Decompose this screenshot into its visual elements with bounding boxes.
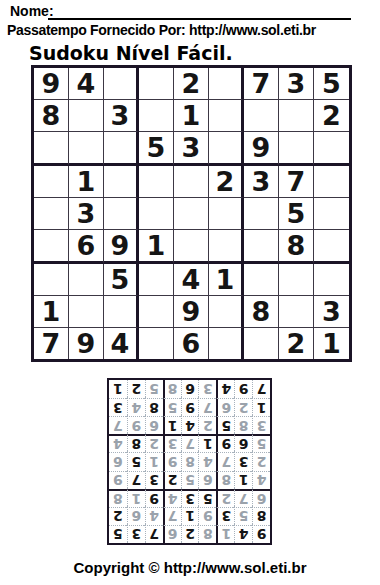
cell-r6c9[interactable] bbox=[314, 230, 349, 264]
page-title: Sudoku Nível Fácil. bbox=[29, 42, 233, 64]
cell-r8c1: 1 bbox=[252, 398, 270, 416]
cell-r4c4[interactable] bbox=[139, 166, 174, 198]
cell-r6c3: 9 bbox=[216, 434, 234, 452]
cell-r9c8: 2 bbox=[127, 380, 145, 398]
cell-r9c6[interactable] bbox=[209, 328, 244, 359]
cell-r8c5: 9 bbox=[181, 398, 199, 416]
cell-r9c6: 8 bbox=[163, 380, 181, 398]
cell-r7c6: 1 bbox=[163, 416, 181, 434]
cell-r4c8[interactable]: 7 bbox=[279, 166, 314, 198]
cell-r5c3: 7 bbox=[216, 452, 234, 470]
cell-r7c5[interactable]: 4 bbox=[174, 264, 209, 296]
cell-r6c8[interactable]: 8 bbox=[279, 230, 314, 264]
cell-r7c1[interactable] bbox=[34, 264, 69, 296]
cell-r1c5: 2 bbox=[181, 525, 199, 543]
cell-r1c6: 6 bbox=[163, 525, 181, 543]
cell-r4c7[interactable]: 3 bbox=[244, 166, 279, 198]
cell-r3c5[interactable]: 3 bbox=[174, 132, 209, 166]
cell-r9c7: 5 bbox=[145, 380, 163, 398]
cell-r7c5: 4 bbox=[181, 416, 199, 434]
cell-r8c7: 8 bbox=[145, 398, 163, 416]
cell-r1c4: 8 bbox=[198, 525, 216, 543]
cell-r7c7[interactable] bbox=[244, 264, 279, 296]
cell-r1c9[interactable]: 5 bbox=[314, 68, 349, 100]
cell-r3c6[interactable] bbox=[209, 132, 244, 166]
name-blank-line[interactable] bbox=[48, 2, 351, 20]
cell-r9c1: 7 bbox=[252, 380, 270, 398]
cell-r8c2[interactable] bbox=[69, 296, 104, 328]
cell-r3c6: 4 bbox=[163, 489, 181, 507]
cell-r5c9[interactable] bbox=[314, 198, 349, 230]
cell-r1c3: 1 bbox=[216, 525, 234, 543]
cell-r8c8[interactable] bbox=[279, 296, 314, 328]
cell-r3c2: 7 bbox=[234, 489, 252, 507]
cell-r5c8[interactable]: 5 bbox=[279, 198, 314, 230]
cell-r9c1[interactable]: 7 bbox=[34, 328, 69, 359]
cell-r8c9: 3 bbox=[109, 398, 127, 416]
cell-r6c4: 1 bbox=[198, 434, 216, 452]
cell-r5c4[interactable] bbox=[139, 198, 174, 230]
cell-r2c3: 3 bbox=[216, 507, 234, 525]
cell-r1c2: 4 bbox=[234, 525, 252, 543]
cell-r7c4[interactable] bbox=[139, 264, 174, 296]
cell-r6c7[interactable] bbox=[244, 230, 279, 264]
cell-r3c9: 8 bbox=[109, 489, 127, 507]
cell-r1c2[interactable]: 4 bbox=[69, 68, 104, 100]
cell-r6c7: 2 bbox=[145, 434, 163, 452]
cell-r5c2[interactable]: 3 bbox=[69, 198, 104, 230]
cell-r3c9[interactable] bbox=[314, 132, 349, 166]
cell-r3c8: 1 bbox=[127, 489, 145, 507]
cell-r2c7[interactable] bbox=[244, 100, 279, 132]
cell-r4c1[interactable] bbox=[34, 166, 69, 198]
cell-r8c2: 2 bbox=[234, 398, 252, 416]
cell-r8c5[interactable]: 9 bbox=[174, 296, 209, 328]
cell-r4c6[interactable]: 2 bbox=[209, 166, 244, 198]
cell-r9c7[interactable] bbox=[244, 328, 279, 359]
cell-r1c1: 9 bbox=[252, 525, 270, 543]
cell-r7c1: 3 bbox=[252, 416, 270, 434]
cell-r7c9[interactable] bbox=[314, 264, 349, 296]
cell-r2c2[interactable] bbox=[69, 100, 104, 132]
cell-r1c8: 3 bbox=[127, 525, 145, 543]
cell-r2c1[interactable]: 8 bbox=[34, 100, 69, 132]
sudoku-worksheet-page: Nome: Passatempo Fornecido Por: http://w… bbox=[0, 0, 380, 585]
cell-r9c4: 3 bbox=[198, 380, 216, 398]
cell-r5c7: 1 bbox=[145, 452, 163, 470]
cell-r2c9[interactable]: 2 bbox=[314, 100, 349, 132]
cell-r9c9: 1 bbox=[109, 380, 127, 398]
cell-r6c6[interactable] bbox=[209, 230, 244, 264]
cell-r6c2: 6 bbox=[234, 434, 252, 452]
cell-r8c3[interactable] bbox=[104, 296, 139, 328]
cell-r3c8[interactable] bbox=[279, 132, 314, 166]
cell-r6c5: 7 bbox=[181, 434, 199, 452]
cell-r8c9[interactable]: 3 bbox=[314, 296, 349, 328]
cell-r7c6[interactable]: 1 bbox=[209, 264, 244, 296]
cell-r5c4: 4 bbox=[198, 452, 216, 470]
sudoku-solution-grid-rotated: 9418267358539174626725349184186523792374… bbox=[107, 378, 272, 545]
cell-r2c9: 2 bbox=[109, 507, 127, 525]
cell-r6c5[interactable] bbox=[174, 230, 209, 264]
cell-r4c9: 9 bbox=[109, 471, 127, 489]
cell-r2c5: 1 bbox=[181, 507, 199, 525]
cell-r8c3: 6 bbox=[216, 398, 234, 416]
cell-r4c7: 3 bbox=[145, 471, 163, 489]
cell-r8c4: 7 bbox=[198, 398, 216, 416]
cell-r5c9: 6 bbox=[109, 452, 127, 470]
copyright-line: Copyright © http://www.sol.eti.br bbox=[0, 559, 380, 576]
cell-r3c3[interactable] bbox=[104, 132, 139, 166]
cell-r7c3: 5 bbox=[216, 416, 234, 434]
cell-r4c6: 2 bbox=[163, 471, 181, 489]
cell-r2c8: 6 bbox=[127, 507, 145, 525]
cell-r2c5[interactable]: 1 bbox=[174, 100, 209, 132]
cell-r3c1[interactable] bbox=[34, 132, 69, 166]
cell-r4c3: 8 bbox=[216, 471, 234, 489]
cell-r9c3: 4 bbox=[216, 380, 234, 398]
cell-r8c6: 5 bbox=[163, 398, 181, 416]
cell-r4c2: 1 bbox=[234, 471, 252, 489]
cell-r6c3[interactable]: 9 bbox=[104, 230, 139, 264]
cell-r7c2: 8 bbox=[234, 416, 252, 434]
cell-r7c2[interactable] bbox=[69, 264, 104, 296]
cell-r5c8: 5 bbox=[127, 452, 145, 470]
cell-r7c4: 2 bbox=[198, 416, 216, 434]
cell-r1c3[interactable] bbox=[104, 68, 139, 100]
cell-r7c3[interactable]: 5 bbox=[104, 264, 139, 296]
cell-r9c9[interactable]: 1 bbox=[314, 328, 349, 359]
cell-r7c7: 6 bbox=[145, 416, 163, 434]
cell-r4c4: 6 bbox=[198, 471, 216, 489]
cell-r3c7[interactable]: 9 bbox=[244, 132, 279, 166]
cell-r3c4: 5 bbox=[198, 489, 216, 507]
cell-r5c6: 9 bbox=[163, 452, 181, 470]
cell-r4c1: 4 bbox=[252, 471, 270, 489]
cell-r2c3[interactable]: 3 bbox=[104, 100, 139, 132]
cell-r4c5: 5 bbox=[181, 471, 199, 489]
cell-r9c4[interactable] bbox=[139, 328, 174, 359]
cell-r1c6[interactable] bbox=[209, 68, 244, 100]
cell-r1c4[interactable] bbox=[139, 68, 174, 100]
cell-r5c5[interactable] bbox=[174, 198, 209, 230]
cell-r1c7[interactable]: 7 bbox=[244, 68, 279, 100]
cell-r1c1[interactable]: 9 bbox=[34, 68, 69, 100]
cell-r9c8[interactable]: 2 bbox=[279, 328, 314, 359]
cell-r4c2[interactable]: 1 bbox=[69, 166, 104, 198]
cell-r1c8[interactable]: 3 bbox=[279, 68, 314, 100]
cell-r4c5[interactable] bbox=[174, 166, 209, 198]
provider-line: Passatempo Fornecido Por: http://www.sol… bbox=[7, 22, 316, 38]
cell-r6c4[interactable]: 1 bbox=[139, 230, 174, 264]
cell-r8c1[interactable]: 1 bbox=[34, 296, 69, 328]
cell-r1c5[interactable]: 2 bbox=[174, 68, 209, 100]
cell-r5c6[interactable] bbox=[209, 198, 244, 230]
cell-r6c9: 4 bbox=[109, 434, 127, 452]
cell-r8c4[interactable] bbox=[139, 296, 174, 328]
cell-r2c8[interactable] bbox=[279, 100, 314, 132]
cell-r5c7[interactable] bbox=[244, 198, 279, 230]
cell-r2c7: 4 bbox=[145, 507, 163, 525]
cell-r6c1[interactable] bbox=[34, 230, 69, 264]
cell-r8c6[interactable] bbox=[209, 296, 244, 328]
cell-r6c2[interactable]: 6 bbox=[69, 230, 104, 264]
cell-r6c1: 5 bbox=[252, 434, 270, 452]
cell-r3c5: 3 bbox=[181, 489, 199, 507]
cell-r3c2[interactable] bbox=[69, 132, 104, 166]
cell-r7c9: 7 bbox=[109, 416, 127, 434]
cell-r3c1: 6 bbox=[252, 489, 270, 507]
cell-r9c5: 6 bbox=[181, 380, 199, 398]
cell-r4c8: 7 bbox=[127, 471, 145, 489]
cell-r3c3: 2 bbox=[216, 489, 234, 507]
cell-r4c9[interactable] bbox=[314, 166, 349, 198]
cell-r6c6: 3 bbox=[163, 434, 181, 452]
cell-r2c6[interactable] bbox=[209, 100, 244, 132]
cell-r2c1: 8 bbox=[252, 507, 270, 525]
cell-r9c5[interactable]: 6 bbox=[174, 328, 209, 359]
cell-r4c3[interactable] bbox=[104, 166, 139, 198]
cell-r5c2: 3 bbox=[234, 452, 252, 470]
cell-r3c4[interactable]: 5 bbox=[139, 132, 174, 166]
cell-r5c1: 2 bbox=[252, 452, 270, 470]
cell-r5c3[interactable] bbox=[104, 198, 139, 230]
cell-r1c7: 7 bbox=[145, 525, 163, 543]
cell-r7c8: 9 bbox=[127, 416, 145, 434]
cell-r2c4: 9 bbox=[198, 507, 216, 525]
cell-r5c1[interactable] bbox=[34, 198, 69, 230]
cell-r2c2: 5 bbox=[234, 507, 252, 525]
cell-r7c8[interactable] bbox=[279, 264, 314, 296]
cell-r9c2: 9 bbox=[234, 380, 252, 398]
sudoku-puzzle-grid: 942735831253912373569185411983794621 bbox=[31, 65, 352, 362]
cell-r8c8: 4 bbox=[127, 398, 145, 416]
cell-r2c6: 7 bbox=[163, 507, 181, 525]
cell-r3c7: 9 bbox=[145, 489, 163, 507]
cell-r6c8: 8 bbox=[127, 434, 145, 452]
cell-r9c2[interactable]: 9 bbox=[69, 328, 104, 359]
cell-r9c3[interactable]: 4 bbox=[104, 328, 139, 359]
cell-r2c4[interactable] bbox=[139, 100, 174, 132]
cell-r5c5: 8 bbox=[181, 452, 199, 470]
cell-r8c7[interactable]: 8 bbox=[244, 296, 279, 328]
cell-r1c9: 5 bbox=[109, 525, 127, 543]
